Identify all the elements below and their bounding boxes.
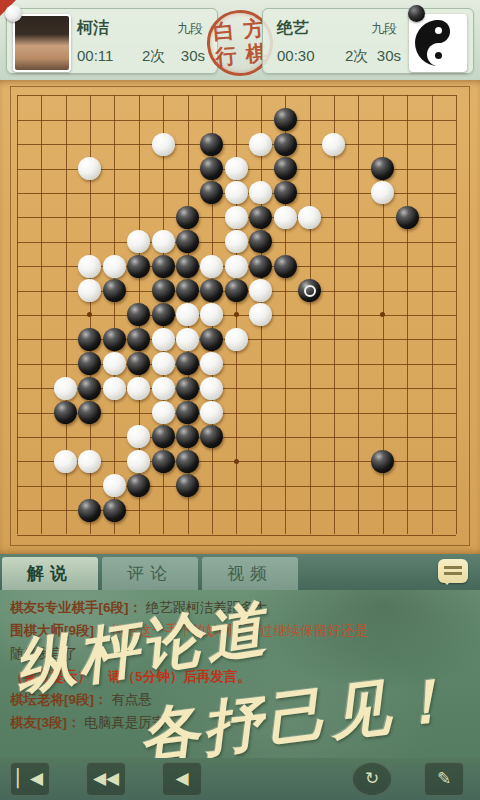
- white-stone: [249, 133, 272, 156]
- black-stone-last-move: [298, 279, 321, 302]
- chat-bubble-icon[interactable]: [438, 559, 468, 583]
- white-stone: [152, 133, 175, 156]
- white-stone: [200, 377, 223, 400]
- avatar-kejie[interactable]: [13, 14, 71, 72]
- fast-rewind-button[interactable]: ◀◀: [86, 762, 126, 796]
- white-stone: [152, 377, 175, 400]
- chat-line: 棋坛老将[9段]： 有点悬: [10, 688, 470, 711]
- black-stone: [176, 401, 199, 424]
- white-stone: [152, 230, 175, 253]
- byoyomi-time: 30s: [377, 47, 401, 64]
- match-header: 柯洁 九段 00:11 2次 30s 白 方 行 棋 绝艺 九段 00:30 2…: [0, 0, 480, 80]
- tab-bar: 解说评论视频: [0, 554, 480, 590]
- white-stone: [103, 255, 126, 278]
- player-name: 绝艺: [277, 18, 309, 39]
- star-point: [234, 459, 239, 464]
- white-stone: [176, 328, 199, 351]
- white-stone: [54, 450, 77, 473]
- byoyomi-time: 30s: [181, 47, 205, 64]
- first-move-button[interactable]: ▏◀: [10, 762, 50, 796]
- black-stone: [371, 450, 394, 473]
- go-board[interactable]: [0, 80, 480, 554]
- black-stone: [274, 181, 297, 204]
- player-clock: 00:11: [77, 47, 113, 64]
- black-stone: [127, 255, 150, 278]
- black-stone: [152, 255, 175, 278]
- white-stone: [274, 206, 297, 229]
- black-stone: [127, 328, 150, 351]
- black-stone: [176, 206, 199, 229]
- white-stone: [103, 377, 126, 400]
- seal-char: 行: [215, 43, 238, 70]
- white-stone: [54, 377, 77, 400]
- black-stone: [249, 206, 272, 229]
- white-stone: [225, 157, 248, 180]
- tab-评论[interactable]: 评论: [102, 557, 198, 590]
- black-stone: [152, 425, 175, 448]
- white-stone: [225, 328, 248, 351]
- player-rank: 九段: [371, 20, 397, 38]
- notes-button[interactable]: ✎: [424, 762, 464, 796]
- grid-line: [310, 95, 311, 534]
- chat-line: 棋友[3段]： 电脑真是厉害: [10, 711, 470, 734]
- white-stone: [103, 352, 126, 375]
- tab-解说[interactable]: 解说: [2, 557, 98, 590]
- avatar-jueyi[interactable]: [409, 14, 467, 72]
- black-stone: [78, 377, 101, 400]
- byoyomi-count: 2次: [142, 47, 165, 66]
- seal-char: 白: [212, 18, 235, 45]
- black-stone-icon: [408, 5, 425, 22]
- chat-line: 围棋大师[9段]： 柯洁这一手下的妙啊，不过继续保留好还是: [10, 619, 470, 642]
- white-stone: [225, 255, 248, 278]
- player-card-white: 柯洁 九段 00:11 2次 30s: [6, 8, 218, 74]
- white-stone: [298, 206, 321, 229]
- black-stone: [103, 328, 126, 351]
- black-stone: [176, 279, 199, 302]
- black-stone: [78, 499, 101, 522]
- grid-line: [432, 95, 433, 534]
- black-stone: [176, 450, 199, 473]
- player-name: 柯洁: [77, 18, 109, 39]
- black-stone: [274, 255, 297, 278]
- bottom-toolbar: ▏◀◀◀◀↻✎: [0, 758, 480, 800]
- grid-line: [358, 95, 359, 534]
- taiji-icon: [415, 20, 461, 66]
- white-stone: [152, 328, 175, 351]
- white-stone: [103, 474, 126, 497]
- player-clock: 00:30: [277, 47, 315, 64]
- byoyomi-count: 2次: [345, 47, 368, 66]
- chat-line: 棋友5专业棋手[6段]： 绝艺跟柯洁差距多大: [10, 596, 470, 619]
- white-stone: [127, 450, 150, 473]
- black-stone: [396, 206, 419, 229]
- white-stone-icon: [5, 5, 22, 22]
- black-stone: [225, 279, 248, 302]
- black-stone: [152, 303, 175, 326]
- go-app: 柯洁 九段 00:11 2次 30s 白 方 行 棋 绝艺 九段 00:30 2…: [0, 0, 480, 800]
- chat-list: 棋友5专业棋手[6段]： 绝艺跟柯洁差距多大围棋大师[9段]： 柯洁这一手下的妙…: [10, 596, 470, 734]
- grid-line: [456, 95, 457, 534]
- black-stone: [54, 401, 77, 424]
- black-stone: [274, 157, 297, 180]
- grid-line: [17, 535, 456, 536]
- grid-line: [17, 486, 456, 487]
- white-stone: [152, 352, 175, 375]
- white-stone: [322, 133, 345, 156]
- white-stone: [225, 206, 248, 229]
- grid-line: [334, 95, 335, 534]
- black-stone: [274, 133, 297, 156]
- white-stone: [225, 230, 248, 253]
- white-stone: [127, 377, 150, 400]
- commentary-panel[interactable]: 棋友5专业棋手[6段]： 绝艺跟柯洁差距多大围棋大师[9段]： 柯洁这一手下的妙…: [0, 590, 480, 758]
- black-stone: [200, 133, 223, 156]
- black-stone: [176, 255, 199, 278]
- black-stone: [274, 108, 297, 131]
- tab-视频[interactable]: 视频: [202, 557, 298, 590]
- black-stone: [152, 279, 175, 302]
- white-stone: [78, 255, 101, 278]
- refresh-button[interactable]: ↻: [352, 762, 392, 796]
- black-stone: [152, 450, 175, 473]
- black-stone: [103, 499, 126, 522]
- chat-line: （禁言提示）： 请（5分钟）后再发言。: [10, 665, 470, 688]
- prev-move-button[interactable]: ◀: [162, 762, 202, 796]
- black-stone: [249, 255, 272, 278]
- player-card-black: 绝艺 九段 00:30 2次 30s: [262, 8, 474, 74]
- grid-line: [407, 95, 408, 534]
- player-rank: 九段: [177, 20, 203, 38]
- white-stone: [152, 401, 175, 424]
- black-stone: [103, 279, 126, 302]
- grid-line: [17, 437, 456, 438]
- chat-line: 随便发言了: [10, 642, 470, 665]
- board-frame: [10, 86, 470, 546]
- white-stone: [200, 255, 223, 278]
- black-stone: [176, 377, 199, 400]
